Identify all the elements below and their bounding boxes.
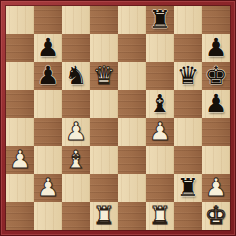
square-d3[interactable]	[90, 146, 118, 174]
piece-black-rook[interactable]: ♜	[149, 6, 171, 34]
square-c6[interactable]: ♞	[62, 62, 90, 90]
square-e4[interactable]	[118, 118, 146, 146]
square-d6[interactable]: ♛	[90, 62, 118, 90]
square-h1[interactable]: ♚	[202, 202, 230, 230]
square-h7[interactable]: ♟	[202, 34, 230, 62]
square-f4[interactable]: ♟	[146, 118, 174, 146]
square-g7[interactable]	[174, 34, 202, 62]
square-f8[interactable]: ♜	[146, 6, 174, 34]
square-c5[interactable]	[62, 90, 90, 118]
piece-white-pawn[interactable]: ♟	[9, 146, 31, 174]
square-b4[interactable]	[34, 118, 62, 146]
piece-white-pawn[interactable]: ♟	[37, 174, 59, 202]
square-f3[interactable]	[146, 146, 174, 174]
piece-white-pawn[interactable]: ♟	[205, 174, 227, 202]
square-b5[interactable]	[34, 90, 62, 118]
piece-white-pawn[interactable]: ♟	[65, 118, 87, 146]
square-d8[interactable]	[90, 6, 118, 34]
square-h5[interactable]: ♟	[202, 90, 230, 118]
square-g4[interactable]	[174, 118, 202, 146]
square-g1[interactable]	[174, 202, 202, 230]
square-a4[interactable]	[6, 118, 34, 146]
square-g3[interactable]	[174, 146, 202, 174]
square-a5[interactable]	[6, 90, 34, 118]
piece-black-knight[interactable]: ♞	[65, 62, 87, 90]
piece-white-queen[interactable]: ♛	[93, 62, 115, 90]
square-c4[interactable]: ♟	[62, 118, 90, 146]
square-f5[interactable]: ♝	[146, 90, 174, 118]
square-d5[interactable]	[90, 90, 118, 118]
piece-black-pawn[interactable]: ♟	[37, 62, 59, 90]
square-e6[interactable]	[118, 62, 146, 90]
square-h3[interactable]	[202, 146, 230, 174]
square-f6[interactable]	[146, 62, 174, 90]
square-e3[interactable]	[118, 146, 146, 174]
square-h6[interactable]: ♚	[202, 62, 230, 90]
piece-white-pawn[interactable]: ♟	[149, 118, 171, 146]
square-f2[interactable]	[146, 174, 174, 202]
piece-white-rook[interactable]: ♜	[149, 202, 171, 230]
square-c7[interactable]	[62, 34, 90, 62]
square-a8[interactable]	[6, 6, 34, 34]
piece-black-queen[interactable]: ♛	[177, 62, 199, 90]
chess-board: ♜♟♟♟♞♛♛♚♝♟♟♟♟♝♟♜♟♜♜♚	[6, 6, 230, 230]
square-b1[interactable]	[34, 202, 62, 230]
square-c2[interactable]	[62, 174, 90, 202]
square-g5[interactable]	[174, 90, 202, 118]
square-d4[interactable]	[90, 118, 118, 146]
square-b2[interactable]: ♟	[34, 174, 62, 202]
square-f1[interactable]: ♜	[146, 202, 174, 230]
piece-white-rook[interactable]: ♜	[93, 202, 115, 230]
square-d7[interactable]	[90, 34, 118, 62]
square-h2[interactable]: ♟	[202, 174, 230, 202]
piece-white-king[interactable]: ♚	[205, 202, 227, 230]
square-b6[interactable]: ♟	[34, 62, 62, 90]
chess-board-frame: ♜♟♟♟♞♛♛♚♝♟♟♟♟♝♟♜♟♜♜♚	[0, 0, 236, 236]
square-e2[interactable]	[118, 174, 146, 202]
square-g8[interactable]	[174, 6, 202, 34]
piece-black-pawn[interactable]: ♟	[205, 90, 227, 118]
square-b7[interactable]: ♟	[34, 34, 62, 62]
piece-black-bishop[interactable]: ♝	[149, 90, 171, 118]
square-e5[interactable]	[118, 90, 146, 118]
square-a3[interactable]: ♟	[6, 146, 34, 174]
square-a7[interactable]	[6, 34, 34, 62]
square-c8[interactable]	[62, 6, 90, 34]
square-e1[interactable]	[118, 202, 146, 230]
piece-black-king[interactable]: ♚	[205, 62, 227, 90]
square-a2[interactable]	[6, 174, 34, 202]
square-g2[interactable]: ♜	[174, 174, 202, 202]
square-f7[interactable]	[146, 34, 174, 62]
square-a1[interactable]	[6, 202, 34, 230]
square-d1[interactable]: ♜	[90, 202, 118, 230]
square-h8[interactable]	[202, 6, 230, 34]
piece-black-rook[interactable]: ♜	[177, 174, 199, 202]
square-b3[interactable]	[34, 146, 62, 174]
square-c1[interactable]	[62, 202, 90, 230]
square-c3[interactable]: ♝	[62, 146, 90, 174]
piece-white-bishop[interactable]: ♝	[65, 146, 87, 174]
square-h4[interactable]	[202, 118, 230, 146]
square-e8[interactable]	[118, 6, 146, 34]
piece-black-pawn[interactable]: ♟	[37, 34, 59, 62]
square-d2[interactable]	[90, 174, 118, 202]
piece-black-pawn[interactable]: ♟	[205, 34, 227, 62]
square-a6[interactable]	[6, 62, 34, 90]
square-g6[interactable]: ♛	[174, 62, 202, 90]
square-b8[interactable]	[34, 6, 62, 34]
square-e7[interactable]	[118, 34, 146, 62]
